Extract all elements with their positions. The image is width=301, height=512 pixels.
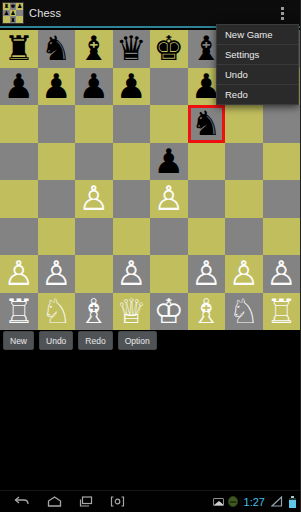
piece-white-pawn: ♙ (229, 255, 259, 292)
square-e8[interactable]: ♚ (150, 30, 188, 68)
piece-white-pawn: ♙ (41, 255, 71, 292)
square-b8[interactable]: ♞ (38, 30, 76, 68)
app-icon-cell: ♟ (16, 3, 23, 10)
square-c6[interactable] (75, 105, 113, 143)
piece-white-knight: ♘ (229, 293, 259, 330)
square-g4[interactable] (225, 180, 263, 218)
square-f5[interactable] (188, 143, 226, 181)
app-icon-cell: ♟ (3, 10, 10, 17)
screenshot-icon[interactable] (110, 496, 125, 507)
square-d3[interactable] (113, 218, 151, 256)
piece-black-knight: ♞ (191, 105, 221, 142)
app-icon-cell (16, 16, 23, 23)
piece-white-rook: ♖ (266, 293, 296, 330)
square-g3[interactable] (225, 218, 263, 256)
square-a8[interactable]: ♜ (0, 30, 38, 68)
square-b7[interactable]: ♟ (38, 68, 76, 106)
square-g1[interactable]: ♘ (225, 293, 263, 331)
square-b3[interactable] (38, 218, 76, 256)
recent-apps-icon[interactable] (79, 496, 93, 507)
square-e3[interactable] (150, 218, 188, 256)
piece-black-pawn: ♟ (154, 143, 184, 180)
piece-white-pawn: ♙ (191, 255, 221, 292)
square-e7[interactable] (150, 68, 188, 106)
square-b4[interactable] (38, 180, 76, 218)
piece-black-queen: ♛ (116, 30, 146, 67)
square-a7[interactable]: ♟ (0, 68, 38, 106)
menu-item-settings[interactable]: Settings (217, 45, 298, 65)
navigation-bar: 1:27 (0, 490, 300, 512)
undo-button[interactable]: Undo (39, 331, 73, 350)
square-b6[interactable] (38, 105, 76, 143)
square-d8[interactable]: ♛ (113, 30, 151, 68)
app-icon-cell (3, 16, 10, 23)
overflow-menu: New Game Settings Undo Redo (216, 24, 299, 105)
square-c1[interactable]: ♗ (75, 293, 113, 331)
overflow-menu-icon[interactable] (277, 3, 288, 24)
square-h5[interactable] (263, 143, 301, 181)
battery-icon (289, 496, 296, 508)
square-d5[interactable] (113, 143, 151, 181)
square-b1[interactable]: ♘ (38, 293, 76, 331)
piece-white-pawn: ♙ (4, 255, 34, 292)
square-c7[interactable]: ♟ (75, 68, 113, 106)
square-d4[interactable] (113, 180, 151, 218)
piece-white-knight: ♘ (41, 293, 71, 330)
square-h3[interactable] (263, 218, 301, 256)
app-icon: ♜♚♟♟♟♜ (2, 2, 24, 24)
square-c4[interactable]: ♙ (75, 180, 113, 218)
clock: 1:27 (244, 496, 265, 508)
piece-white-queen: ♕ (116, 293, 146, 330)
square-h2[interactable]: ♙ (263, 255, 301, 293)
piece-white-pawn: ♙ (116, 255, 146, 292)
square-e2[interactable] (150, 255, 188, 293)
square-h4[interactable] (263, 180, 301, 218)
piece-black-pawn: ♟ (79, 68, 109, 105)
screenshot-thumbnail-icon (213, 498, 224, 506)
square-a4[interactable] (0, 180, 38, 218)
piece-white-bishop: ♗ (79, 293, 109, 330)
redo-button[interactable]: Redo (78, 331, 112, 350)
square-e5[interactable]: ♟ (150, 143, 188, 181)
piece-black-rook: ♜ (4, 30, 34, 67)
piece-black-knight: ♞ (41, 30, 71, 67)
square-d2[interactable]: ♙ (113, 255, 151, 293)
square-e4[interactable]: ♙ (150, 180, 188, 218)
piece-white-bishop: ♗ (191, 293, 221, 330)
square-f6[interactable]: ♞ (188, 105, 226, 143)
square-a6[interactable] (0, 105, 38, 143)
page-title: Chess (29, 7, 61, 19)
square-g6[interactable] (225, 105, 263, 143)
square-c8[interactable]: ♝ (75, 30, 113, 68)
square-f1[interactable]: ♗ (188, 293, 226, 331)
app-icon-cell (16, 10, 23, 17)
square-c2[interactable] (75, 255, 113, 293)
square-h6[interactable] (263, 105, 301, 143)
menu-item-new-game[interactable]: New Game (217, 25, 298, 45)
square-a3[interactable] (0, 218, 38, 256)
square-a2[interactable]: ♙ (0, 255, 38, 293)
square-e6[interactable] (150, 105, 188, 143)
square-e1[interactable]: ♔ (150, 293, 188, 331)
piece-black-king: ♚ (154, 30, 184, 67)
app-icon-cell: ♜ (10, 16, 17, 23)
piece-black-bishop: ♝ (79, 30, 109, 67)
option-button[interactable]: Option (118, 331, 157, 350)
square-b2[interactable]: ♙ (38, 255, 76, 293)
home-icon[interactable] (47, 496, 62, 507)
nav-buttons (14, 496, 125, 507)
square-g5[interactable] (225, 143, 263, 181)
square-f2[interactable]: ♙ (188, 255, 226, 293)
menu-item-undo[interactable]: Undo (217, 65, 298, 85)
piece-white-pawn: ♙ (79, 180, 109, 217)
square-f4[interactable] (188, 180, 226, 218)
square-c3[interactable] (75, 218, 113, 256)
square-f3[interactable] (188, 218, 226, 256)
signal-icon (271, 493, 283, 511)
square-a5[interactable] (0, 143, 38, 181)
status-area[interactable]: 1:27 (213, 493, 296, 511)
piece-white-king: ♔ (154, 293, 184, 330)
new-button[interactable]: New (3, 331, 34, 350)
piece-white-pawn: ♙ (154, 180, 184, 217)
square-d7[interactable]: ♟ (113, 68, 151, 106)
screen: ♜♚♟♟♟♜ Chess ♜♞♝♛♚♝♜♟♟♟♟♟♟♟♞♟♙♙♙♙♙♙♙♙♖♘♗… (0, 0, 300, 512)
app-notification-icon (228, 496, 238, 507)
square-d6[interactable] (113, 105, 151, 143)
back-icon[interactable] (14, 496, 30, 507)
toolbar: New Undo Redo Option (3, 331, 157, 350)
square-b5[interactable] (38, 143, 76, 181)
piece-white-pawn: ♙ (266, 255, 296, 292)
menu-item-redo[interactable]: Redo (217, 85, 298, 104)
square-c5[interactable] (75, 143, 113, 181)
square-g2[interactable]: ♙ (225, 255, 263, 293)
piece-white-rook: ♖ (4, 293, 34, 330)
square-h1[interactable]: ♖ (263, 293, 301, 331)
piece-black-pawn: ♟ (41, 68, 71, 105)
piece-black-pawn: ♟ (4, 68, 34, 105)
square-a1[interactable]: ♖ (0, 293, 38, 331)
piece-black-pawn: ♟ (116, 68, 146, 105)
square-d1[interactable]: ♕ (113, 293, 151, 331)
